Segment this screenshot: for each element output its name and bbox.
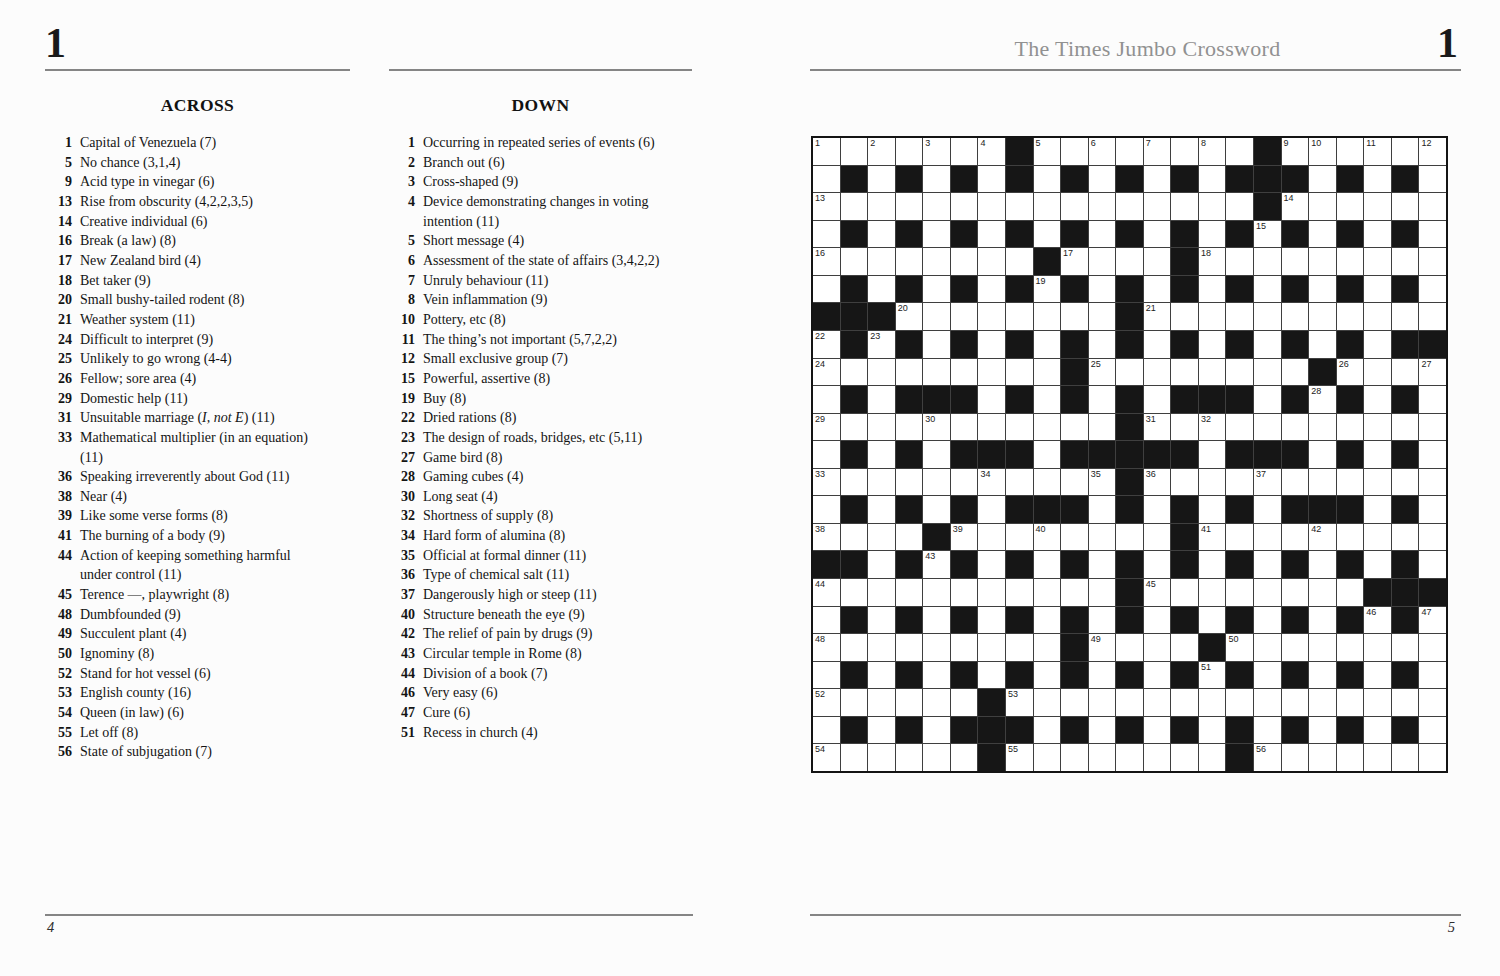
grid-cell-r13c0[interactable]: [813, 496, 840, 523]
grid-cell-r12c6[interactable]: 34: [978, 469, 1005, 496]
grid-cell-r11c20[interactable]: [1364, 441, 1391, 468]
grid-cell-r9c20[interactable]: [1364, 386, 1391, 413]
grid-cell-r14c21[interactable]: [1392, 524, 1419, 551]
grid-cell-r6c12[interactable]: 21: [1144, 303, 1171, 330]
grid-cell-r12c7[interactable]: [1006, 469, 1033, 496]
grid-cell-r17c4[interactable]: [923, 607, 950, 634]
grid-cell-r17c6[interactable]: [978, 607, 1005, 634]
grid-cell-r18c18[interactable]: [1309, 634, 1336, 661]
grid-cell-r3c14[interactable]: [1199, 221, 1226, 248]
grid-cell-r2c18[interactable]: [1309, 193, 1336, 220]
grid-cell-r0c17[interactable]: 9: [1282, 138, 1309, 165]
grid-cell-r20c7[interactable]: 53: [1006, 689, 1033, 716]
grid-cell-r0c21[interactable]: [1392, 138, 1419, 165]
grid-cell-r0c15[interactable]: [1226, 138, 1253, 165]
grid-cell-r5c2[interactable]: [868, 276, 895, 303]
grid-cell-r12c2[interactable]: [868, 469, 895, 496]
grid-cell-r6c4[interactable]: [923, 303, 950, 330]
grid-cell-r4c15[interactable]: [1226, 248, 1253, 275]
grid-cell-r12c18[interactable]: [1309, 469, 1336, 496]
grid-cell-r6c19[interactable]: [1337, 303, 1364, 330]
grid-cell-r18c0[interactable]: 48: [813, 634, 840, 661]
grid-cell-r18c19[interactable]: [1337, 634, 1364, 661]
grid-cell-r15c20[interactable]: [1364, 551, 1391, 578]
grid-cell-r14c12[interactable]: [1144, 524, 1171, 551]
grid-cell-r10c22[interactable]: [1419, 414, 1446, 441]
grid-cell-r4c18[interactable]: [1309, 248, 1336, 275]
grid-cell-r11c22[interactable]: [1419, 441, 1446, 468]
grid-cell-r3c12[interactable]: [1144, 221, 1171, 248]
grid-cell-r2c14[interactable]: [1199, 193, 1226, 220]
grid-cell-r10c0[interactable]: 29: [813, 414, 840, 441]
grid-cell-r18c12[interactable]: [1144, 634, 1171, 661]
grid-cell-r2c2[interactable]: [868, 193, 895, 220]
grid-cell-r4c12[interactable]: [1144, 248, 1171, 275]
grid-cell-r8c13[interactable]: [1171, 359, 1198, 386]
grid-cell-r8c12[interactable]: [1144, 359, 1171, 386]
grid-cell-r12c13[interactable]: [1171, 469, 1198, 496]
grid-cell-r12c9[interactable]: [1061, 469, 1088, 496]
grid-cell-r22c16[interactable]: 56: [1254, 744, 1281, 771]
grid-cell-r15c4[interactable]: 43: [923, 551, 950, 578]
grid-cell-r18c16[interactable]: [1254, 634, 1281, 661]
grid-cell-r10c1[interactable]: [841, 414, 868, 441]
grid-cell-r21c18[interactable]: [1309, 717, 1336, 744]
grid-cell-r9c22[interactable]: [1419, 386, 1446, 413]
grid-cell-r22c1[interactable]: [841, 744, 868, 771]
grid-cell-r13c6[interactable]: [978, 496, 1005, 523]
grid-cell-r18c1[interactable]: [841, 634, 868, 661]
grid-cell-r22c4[interactable]: [923, 744, 950, 771]
grid-cell-r7c10[interactable]: [1089, 331, 1116, 358]
grid-cell-r5c14[interactable]: [1199, 276, 1226, 303]
grid-cell-r2c11[interactable]: [1116, 193, 1143, 220]
grid-cell-r0c19[interactable]: [1337, 138, 1364, 165]
grid-cell-r22c22[interactable]: [1419, 744, 1446, 771]
grid-cell-r14c19[interactable]: [1337, 524, 1364, 551]
grid-cell-r6c22[interactable]: [1419, 303, 1446, 330]
grid-cell-r14c22[interactable]: [1419, 524, 1446, 551]
grid-cell-r22c14[interactable]: [1199, 744, 1226, 771]
grid-cell-r11c14[interactable]: [1199, 441, 1226, 468]
grid-cell-r4c2[interactable]: [868, 248, 895, 275]
grid-cell-r1c4[interactable]: [923, 166, 950, 193]
grid-cell-r21c4[interactable]: [923, 717, 950, 744]
grid-cell-r2c19[interactable]: [1337, 193, 1364, 220]
grid-cell-r14c9[interactable]: [1061, 524, 1088, 551]
grid-cell-r0c13[interactable]: [1171, 138, 1198, 165]
grid-cell-r2c1[interactable]: [841, 193, 868, 220]
grid-cell-r20c12[interactable]: [1144, 689, 1171, 716]
grid-cell-r4c22[interactable]: [1419, 248, 1446, 275]
grid-cell-r20c2[interactable]: [868, 689, 895, 716]
grid-cell-r1c18[interactable]: [1309, 166, 1336, 193]
grid-cell-r22c17[interactable]: [1282, 744, 1309, 771]
grid-cell-r16c17[interactable]: [1282, 579, 1309, 606]
grid-cell-r9c8[interactable]: [1034, 386, 1061, 413]
grid-cell-r20c8[interactable]: [1034, 689, 1061, 716]
grid-cell-r20c14[interactable]: [1199, 689, 1226, 716]
grid-cell-r10c21[interactable]: [1392, 414, 1419, 441]
grid-cell-r5c20[interactable]: [1364, 276, 1391, 303]
grid-cell-r4c10[interactable]: [1089, 248, 1116, 275]
grid-cell-r21c14[interactable]: [1199, 717, 1226, 744]
grid-cell-r20c22[interactable]: [1419, 689, 1446, 716]
grid-cell-r0c4[interactable]: 3: [923, 138, 950, 165]
grid-cell-r17c8[interactable]: [1034, 607, 1061, 634]
grid-cell-r1c14[interactable]: [1199, 166, 1226, 193]
grid-cell-r16c6[interactable]: [978, 579, 1005, 606]
grid-cell-r5c6[interactable]: [978, 276, 1005, 303]
grid-cell-r3c8[interactable]: [1034, 221, 1061, 248]
grid-cell-r10c3[interactable]: [896, 414, 923, 441]
grid-cell-r16c10[interactable]: [1089, 579, 1116, 606]
grid-cell-r21c12[interactable]: [1144, 717, 1171, 744]
grid-cell-r6c17[interactable]: [1282, 303, 1309, 330]
grid-cell-r18c10[interactable]: 49: [1089, 634, 1116, 661]
grid-cell-r8c1[interactable]: [841, 359, 868, 386]
grid-cell-r6c15[interactable]: [1226, 303, 1253, 330]
grid-cell-r22c12[interactable]: [1144, 744, 1171, 771]
grid-cell-r18c2[interactable]: [868, 634, 895, 661]
grid-cell-r6c9[interactable]: [1061, 303, 1088, 330]
grid-cell-r17c12[interactable]: [1144, 607, 1171, 634]
grid-cell-r8c8[interactable]: [1034, 359, 1061, 386]
grid-cell-r8c0[interactable]: 24: [813, 359, 840, 386]
grid-cell-r4c19[interactable]: [1337, 248, 1364, 275]
grid-cell-r10c7[interactable]: [1006, 414, 1033, 441]
grid-cell-r22c19[interactable]: [1337, 744, 1364, 771]
grid-cell-r2c15[interactable]: [1226, 193, 1253, 220]
grid-cell-r14c14[interactable]: 41: [1199, 524, 1226, 551]
grid-cell-r16c4[interactable]: [923, 579, 950, 606]
grid-cell-r10c4[interactable]: 30: [923, 414, 950, 441]
grid-cell-r22c13[interactable]: [1171, 744, 1198, 771]
grid-cell-r13c2[interactable]: [868, 496, 895, 523]
grid-cell-r14c0[interactable]: 38: [813, 524, 840, 551]
grid-cell-r2c17[interactable]: 14: [1282, 193, 1309, 220]
grid-cell-r8c19[interactable]: 26: [1337, 359, 1364, 386]
grid-cell-r20c4[interactable]: [923, 689, 950, 716]
grid-cell-r16c19[interactable]: [1337, 579, 1364, 606]
grid-cell-r16c12[interactable]: 45: [1144, 579, 1171, 606]
grid-cell-r15c8[interactable]: [1034, 551, 1061, 578]
grid-cell-r2c13[interactable]: [1171, 193, 1198, 220]
grid-cell-r4c6[interactable]: [978, 248, 1005, 275]
grid-cell-r19c12[interactable]: [1144, 662, 1171, 689]
grid-cell-r12c22[interactable]: [1419, 469, 1446, 496]
grid-cell-r8c20[interactable]: [1364, 359, 1391, 386]
grid-cell-r10c9[interactable]: [1061, 414, 1088, 441]
grid-cell-r6c18[interactable]: [1309, 303, 1336, 330]
grid-cell-r3c22[interactable]: [1419, 221, 1446, 248]
grid-cell-r7c12[interactable]: [1144, 331, 1171, 358]
grid-cell-r11c0[interactable]: [813, 441, 840, 468]
grid-cell-r7c14[interactable]: [1199, 331, 1226, 358]
grid-cell-r12c16[interactable]: 37: [1254, 469, 1281, 496]
grid-cell-r21c8[interactable]: [1034, 717, 1061, 744]
grid-cell-r10c17[interactable]: [1282, 414, 1309, 441]
grid-cell-r1c20[interactable]: [1364, 166, 1391, 193]
grid-cell-r18c3[interactable]: [896, 634, 923, 661]
grid-cell-r8c4[interactable]: [923, 359, 950, 386]
grid-cell-r14c17[interactable]: [1282, 524, 1309, 551]
grid-cell-r18c11[interactable]: [1116, 634, 1143, 661]
grid-cell-r20c9[interactable]: [1061, 689, 1088, 716]
grid-cell-r12c10[interactable]: 35: [1089, 469, 1116, 496]
grid-cell-r8c10[interactable]: 25: [1089, 359, 1116, 386]
grid-cell-r4c21[interactable]: [1392, 248, 1419, 275]
grid-cell-r20c13[interactable]: [1171, 689, 1198, 716]
grid-cell-r20c17[interactable]: [1282, 689, 1309, 716]
grid-cell-r18c7[interactable]: [1006, 634, 1033, 661]
grid-cell-r2c6[interactable]: [978, 193, 1005, 220]
grid-cell-r22c21[interactable]: [1392, 744, 1419, 771]
grid-cell-r14c15[interactable]: [1226, 524, 1253, 551]
grid-cell-r4c16[interactable]: [1254, 248, 1281, 275]
grid-cell-r7c8[interactable]: [1034, 331, 1061, 358]
grid-cell-r8c17[interactable]: [1282, 359, 1309, 386]
grid-cell-r20c18[interactable]: [1309, 689, 1336, 716]
grid-cell-r3c6[interactable]: [978, 221, 1005, 248]
grid-cell-r16c7[interactable]: [1006, 579, 1033, 606]
grid-cell-r20c15[interactable]: [1226, 689, 1253, 716]
grid-cell-r17c10[interactable]: [1089, 607, 1116, 634]
grid-cell-r8c3[interactable]: [896, 359, 923, 386]
grid-cell-r8c15[interactable]: [1226, 359, 1253, 386]
grid-cell-r17c2[interactable]: [868, 607, 895, 634]
grid-cell-r18c15[interactable]: 50: [1226, 634, 1253, 661]
grid-cell-r21c20[interactable]: [1364, 717, 1391, 744]
grid-cell-r19c20[interactable]: [1364, 662, 1391, 689]
grid-cell-r15c18[interactable]: [1309, 551, 1336, 578]
grid-cell-r14c3[interactable]: [896, 524, 923, 551]
grid-cell-r4c17[interactable]: [1282, 248, 1309, 275]
grid-cell-r17c18[interactable]: [1309, 607, 1336, 634]
grid-cell-r18c5[interactable]: [951, 634, 978, 661]
grid-cell-r14c11[interactable]: [1116, 524, 1143, 551]
grid-cell-r18c13[interactable]: [1171, 634, 1198, 661]
grid-cell-r7c0[interactable]: 22: [813, 331, 840, 358]
grid-cell-r4c9[interactable]: 17: [1061, 248, 1088, 275]
grid-cell-r2c20[interactable]: [1364, 193, 1391, 220]
grid-cell-r10c13[interactable]: [1171, 414, 1198, 441]
grid-cell-r2c9[interactable]: [1061, 193, 1088, 220]
grid-cell-r16c0[interactable]: 44: [813, 579, 840, 606]
grid-cell-r6c3[interactable]: 20: [896, 303, 923, 330]
grid-cell-r4c7[interactable]: [1006, 248, 1033, 275]
grid-cell-r12c14[interactable]: [1199, 469, 1226, 496]
grid-cell-r17c22[interactable]: 47: [1419, 607, 1446, 634]
grid-cell-r0c18[interactable]: 10: [1309, 138, 1336, 165]
grid-cell-r7c16[interactable]: [1254, 331, 1281, 358]
grid-cell-r10c8[interactable]: [1034, 414, 1061, 441]
grid-cell-r14c16[interactable]: [1254, 524, 1281, 551]
grid-cell-r22c3[interactable]: [896, 744, 923, 771]
grid-cell-r13c10[interactable]: [1089, 496, 1116, 523]
grid-cell-r16c16[interactable]: [1254, 579, 1281, 606]
grid-cell-r22c11[interactable]: [1116, 744, 1143, 771]
grid-cell-r7c20[interactable]: [1364, 331, 1391, 358]
grid-cell-r14c6[interactable]: [978, 524, 1005, 551]
grid-cell-r6c13[interactable]: [1171, 303, 1198, 330]
grid-cell-r1c2[interactable]: [868, 166, 895, 193]
grid-cell-r18c20[interactable]: [1364, 634, 1391, 661]
grid-cell-r8c2[interactable]: [868, 359, 895, 386]
grid-cell-r18c6[interactable]: [978, 634, 1005, 661]
grid-cell-r6c10[interactable]: [1089, 303, 1116, 330]
grid-cell-r1c8[interactable]: [1034, 166, 1061, 193]
grid-cell-r19c18[interactable]: [1309, 662, 1336, 689]
grid-cell-r2c3[interactable]: [896, 193, 923, 220]
grid-cell-r13c14[interactable]: [1199, 496, 1226, 523]
grid-cell-r12c4[interactable]: [923, 469, 950, 496]
grid-cell-r16c14[interactable]: [1199, 579, 1226, 606]
grid-cell-r5c18[interactable]: [1309, 276, 1336, 303]
grid-cell-r12c1[interactable]: [841, 469, 868, 496]
grid-cell-r21c2[interactable]: [868, 717, 895, 744]
grid-cell-r17c20[interactable]: 46: [1364, 607, 1391, 634]
grid-cell-r15c12[interactable]: [1144, 551, 1171, 578]
grid-cell-r9c0[interactable]: [813, 386, 840, 413]
grid-cell-r5c4[interactable]: [923, 276, 950, 303]
grid-cell-r0c22[interactable]: 12: [1419, 138, 1446, 165]
grid-cell-r13c4[interactable]: [923, 496, 950, 523]
grid-cell-r2c4[interactable]: [923, 193, 950, 220]
grid-cell-r15c2[interactable]: [868, 551, 895, 578]
grid-cell-r16c13[interactable]: [1171, 579, 1198, 606]
grid-cell-r15c10[interactable]: [1089, 551, 1116, 578]
grid-cell-r22c9[interactable]: [1061, 744, 1088, 771]
grid-cell-r5c22[interactable]: [1419, 276, 1446, 303]
grid-cell-r11c4[interactable]: [923, 441, 950, 468]
grid-cell-r22c8[interactable]: [1034, 744, 1061, 771]
grid-cell-r18c4[interactable]: [923, 634, 950, 661]
grid-cell-r0c20[interactable]: 11: [1364, 138, 1391, 165]
grid-cell-r20c3[interactable]: [896, 689, 923, 716]
grid-cell-r16c1[interactable]: [841, 579, 868, 606]
grid-cell-r7c18[interactable]: [1309, 331, 1336, 358]
grid-cell-r19c2[interactable]: [868, 662, 895, 689]
grid-cell-r13c20[interactable]: [1364, 496, 1391, 523]
grid-cell-r22c18[interactable]: [1309, 744, 1336, 771]
grid-cell-r8c14[interactable]: [1199, 359, 1226, 386]
grid-cell-r2c7[interactable]: [1006, 193, 1033, 220]
grid-cell-r3c0[interactable]: [813, 221, 840, 248]
grid-cell-r6c8[interactable]: [1034, 303, 1061, 330]
grid-cell-r5c10[interactable]: [1089, 276, 1116, 303]
grid-cell-r4c0[interactable]: 16: [813, 248, 840, 275]
grid-cell-r12c17[interactable]: [1282, 469, 1309, 496]
grid-cell-r19c0[interactable]: [813, 662, 840, 689]
grid-cell-r4c3[interactable]: [896, 248, 923, 275]
grid-cell-r8c21[interactable]: [1392, 359, 1419, 386]
grid-cell-r0c8[interactable]: 5: [1034, 138, 1061, 165]
grid-cell-r10c20[interactable]: [1364, 414, 1391, 441]
grid-cell-r4c11[interactable]: [1116, 248, 1143, 275]
grid-cell-r6c5[interactable]: [951, 303, 978, 330]
grid-cell-r1c10[interactable]: [1089, 166, 1116, 193]
grid-cell-r3c2[interactable]: [868, 221, 895, 248]
grid-cell-r8c7[interactable]: [1006, 359, 1033, 386]
grid-cell-r0c2[interactable]: 2: [868, 138, 895, 165]
grid-cell-r11c2[interactable]: [868, 441, 895, 468]
grid-cell-r0c14[interactable]: 8: [1199, 138, 1226, 165]
grid-cell-r12c20[interactable]: [1364, 469, 1391, 496]
grid-cell-r1c22[interactable]: [1419, 166, 1446, 193]
grid-cell-r22c0[interactable]: 54: [813, 744, 840, 771]
grid-cell-r4c4[interactable]: [923, 248, 950, 275]
grid-cell-r2c10[interactable]: [1089, 193, 1116, 220]
grid-cell-r10c19[interactable]: [1337, 414, 1364, 441]
grid-cell-r10c18[interactable]: [1309, 414, 1336, 441]
grid-cell-r2c12[interactable]: [1144, 193, 1171, 220]
grid-cell-r20c5[interactable]: [951, 689, 978, 716]
grid-cell-r16c2[interactable]: [868, 579, 895, 606]
grid-cell-r13c22[interactable]: [1419, 496, 1446, 523]
grid-cell-r2c0[interactable]: 13: [813, 193, 840, 220]
grid-cell-r22c20[interactable]: [1364, 744, 1391, 771]
grid-cell-r20c19[interactable]: [1337, 689, 1364, 716]
grid-cell-r13c12[interactable]: [1144, 496, 1171, 523]
grid-cell-r12c19[interactable]: [1337, 469, 1364, 496]
grid-cell-r8c22[interactable]: 27: [1419, 359, 1446, 386]
grid-cell-r21c10[interactable]: [1089, 717, 1116, 744]
grid-cell-r0c9[interactable]: [1061, 138, 1088, 165]
grid-cell-r19c16[interactable]: [1254, 662, 1281, 689]
grid-cell-r8c16[interactable]: [1254, 359, 1281, 386]
grid-cell-r9c6[interactable]: [978, 386, 1005, 413]
grid-cell-r2c5[interactable]: [951, 193, 978, 220]
grid-cell-r9c12[interactable]: [1144, 386, 1171, 413]
grid-cell-r14c8[interactable]: 40: [1034, 524, 1061, 551]
grid-cell-r16c8[interactable]: [1034, 579, 1061, 606]
grid-cell-r4c14[interactable]: 18: [1199, 248, 1226, 275]
grid-cell-r21c16[interactable]: [1254, 717, 1281, 744]
grid-cell-r10c12[interactable]: 31: [1144, 414, 1171, 441]
grid-cell-r3c18[interactable]: [1309, 221, 1336, 248]
grid-cell-r14c2[interactable]: [868, 524, 895, 551]
grid-cell-r4c20[interactable]: [1364, 248, 1391, 275]
grid-cell-r15c14[interactable]: [1199, 551, 1226, 578]
grid-cell-r20c16[interactable]: [1254, 689, 1281, 716]
grid-cell-r10c5[interactable]: [951, 414, 978, 441]
grid-cell-r8c11[interactable]: [1116, 359, 1143, 386]
grid-cell-r14c20[interactable]: [1364, 524, 1391, 551]
grid-cell-r5c12[interactable]: [1144, 276, 1171, 303]
grid-cell-r12c0[interactable]: 33: [813, 469, 840, 496]
grid-cell-r8c6[interactable]: [978, 359, 1005, 386]
grid-cell-r3c20[interactable]: [1364, 221, 1391, 248]
grid-cell-r14c5[interactable]: 39: [951, 524, 978, 551]
grid-cell-r2c22[interactable]: [1419, 193, 1446, 220]
grid-cell-r20c0[interactable]: 52: [813, 689, 840, 716]
grid-cell-r18c17[interactable]: [1282, 634, 1309, 661]
grid-cell-r12c8[interactable]: [1034, 469, 1061, 496]
grid-cell-r18c21[interactable]: [1392, 634, 1419, 661]
grid-cell-r7c4[interactable]: [923, 331, 950, 358]
grid-cell-r1c0[interactable]: [813, 166, 840, 193]
grid-cell-r17c14[interactable]: [1199, 607, 1226, 634]
grid-cell-r14c18[interactable]: 42: [1309, 524, 1336, 551]
grid-cell-r10c16[interactable]: [1254, 414, 1281, 441]
grid-cell-r12c21[interactable]: [1392, 469, 1419, 496]
grid-cell-r8c5[interactable]: [951, 359, 978, 386]
grid-cell-r12c5[interactable]: [951, 469, 978, 496]
grid-cell-r19c6[interactable]: [978, 662, 1005, 689]
grid-cell-r19c4[interactable]: [923, 662, 950, 689]
grid-cell-r11c18[interactable]: [1309, 441, 1336, 468]
